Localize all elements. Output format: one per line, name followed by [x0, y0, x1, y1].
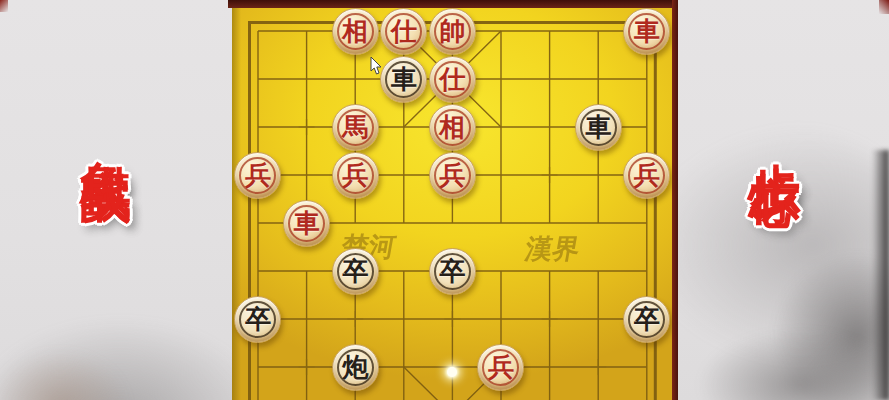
corner-mark-top-left — [0, 0, 8, 12]
piece-red-兵-c0r3[interactable]: 兵 — [234, 152, 281, 199]
piece-character: 仕 — [439, 66, 465, 92]
ink-edge-right — [872, 150, 889, 400]
piece-character: 仕 — [391, 18, 417, 44]
piece-red-兵-c4r3[interactable]: 兵 — [429, 152, 476, 199]
piece-red-仕-c3r0[interactable]: 仕 — [380, 8, 427, 55]
piece-red-相-c4r2[interactable]: 相 — [429, 104, 476, 151]
piece-black-卒-c4r5[interactable]: 卒 — [429, 248, 476, 295]
corner-mark-top-right — [879, 0, 889, 14]
piece-red-兵-c5r7[interactable]: 兵 — [477, 344, 524, 391]
piece-black-卒-c0r6[interactable]: 卒 — [234, 296, 281, 343]
piece-character: 兵 — [634, 162, 660, 188]
piece-black-車-c3r1[interactable]: 車 — [380, 56, 427, 103]
piece-black-卒-c8r6[interactable]: 卒 — [623, 296, 670, 343]
piece-black-炮-c2r7[interactable]: 炮 — [332, 344, 379, 391]
piece-character: 卒 — [342, 258, 368, 284]
piece-character: 兵 — [488, 354, 514, 380]
ink-mountain-right-low — [700, 330, 889, 400]
piece-character: 帥 — [439, 18, 465, 44]
piece-red-車-c8r0[interactable]: 車 — [623, 8, 670, 55]
piece-character: 卒 — [439, 258, 465, 284]
piece-character: 兵 — [439, 162, 465, 188]
piece-character: 車 — [634, 18, 660, 44]
piece-character: 相 — [342, 18, 368, 44]
piece-character: 車 — [294, 210, 320, 236]
piece-red-馬-c2r2[interactable]: 馬 — [332, 104, 379, 151]
piece-black-卒-c2r5[interactable]: 卒 — [332, 248, 379, 295]
piece-character: 車 — [585, 114, 611, 140]
piece-character: 卒 — [245, 306, 271, 332]
piece-black-車-c7r2[interactable]: 車 — [575, 104, 622, 151]
pieces-grid[interactable]: 相仕帥車車仕馬相車兵兵兵兵車卒卒卒卒炮兵 — [234, 7, 671, 400]
board-frame-right — [672, 0, 678, 400]
piece-character: 炮 — [342, 354, 368, 380]
piece-red-車-c1r4[interactable]: 車 — [283, 200, 330, 247]
piece-red-相-c2r0[interactable]: 相 — [332, 8, 379, 55]
banner-right-title: 步步惊心 — [748, 122, 802, 138]
banner-left-title: 象棋实战 — [79, 120, 133, 136]
xiangqi-board[interactable]: 楚河 漢界 相仕帥車車仕馬相車兵兵兵兵車卒卒卒卒炮兵 — [228, 0, 678, 400]
ink-mountain-left-brown — [0, 350, 130, 400]
piece-character: 相 — [439, 114, 465, 140]
piece-red-帥-c4r0[interactable]: 帥 — [429, 8, 476, 55]
piece-character: 卒 — [634, 306, 660, 332]
piece-character: 兵 — [342, 162, 368, 188]
ink-mountain-right — [650, 130, 889, 360]
piece-character: 兵 — [245, 162, 271, 188]
piece-character: 車 — [391, 66, 417, 92]
piece-character: 馬 — [342, 114, 368, 140]
piece-red-兵-c2r3[interactable]: 兵 — [332, 152, 379, 199]
piece-red-仕-c4r1[interactable]: 仕 — [429, 56, 476, 103]
screenshot-stage: 象棋实战 步步惊心 — [0, 0, 889, 400]
piece-red-兵-c8r3[interactable]: 兵 — [623, 152, 670, 199]
